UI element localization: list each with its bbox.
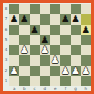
square-c1[interactable] bbox=[30, 76, 40, 86]
square-e1[interactable] bbox=[50, 76, 60, 86]
file-label-c: c bbox=[30, 87, 40, 93]
square-c2[interactable] bbox=[30, 66, 40, 76]
square-h2[interactable]: ♟ bbox=[81, 66, 91, 76]
square-a1[interactable] bbox=[9, 76, 19, 86]
square-b2[interactable] bbox=[19, 66, 29, 76]
square-f4[interactable] bbox=[60, 45, 70, 55]
square-a5[interactable] bbox=[9, 35, 19, 45]
square-g6[interactable] bbox=[71, 25, 81, 35]
square-e2[interactable] bbox=[50, 66, 60, 76]
square-a3[interactable] bbox=[9, 55, 19, 65]
square-d3[interactable] bbox=[40, 55, 50, 65]
square-c3[interactable] bbox=[30, 55, 40, 65]
square-e4[interactable] bbox=[50, 45, 60, 55]
file-labels: abcdefgh bbox=[9, 87, 91, 93]
white-pawn: ♟ bbox=[19, 45, 29, 55]
file-label-g: g bbox=[71, 87, 81, 93]
black-pawn: ♟ bbox=[19, 14, 29, 24]
square-c8[interactable] bbox=[30, 4, 40, 14]
square-h8[interactable] bbox=[81, 4, 91, 14]
square-a8[interactable] bbox=[9, 4, 19, 14]
square-g1[interactable] bbox=[71, 76, 81, 86]
square-f2[interactable]: ♟ bbox=[60, 66, 70, 76]
square-h5[interactable] bbox=[81, 35, 91, 45]
square-e7[interactable] bbox=[50, 14, 60, 24]
square-d4[interactable]: ♟ bbox=[40, 45, 50, 55]
chess-board: ♟♟♟♟♟♟♟♟♟♟♟♟♟♟ bbox=[9, 4, 91, 86]
file-label-d: d bbox=[40, 87, 50, 93]
square-g3[interactable] bbox=[71, 55, 81, 65]
black-pawn: ♟ bbox=[30, 25, 40, 35]
square-g4[interactable] bbox=[71, 45, 81, 55]
square-e5[interactable] bbox=[50, 35, 60, 45]
black-pawn: ♟ bbox=[60, 14, 70, 24]
square-a4[interactable] bbox=[9, 45, 19, 55]
white-pawn: ♟ bbox=[50, 55, 60, 65]
square-b1[interactable] bbox=[19, 76, 29, 86]
square-f6[interactable] bbox=[60, 25, 70, 35]
square-d5[interactable]: ♟ bbox=[40, 35, 50, 45]
white-pawn: ♟ bbox=[9, 66, 19, 76]
square-f3[interactable] bbox=[60, 55, 70, 65]
square-d1[interactable] bbox=[40, 76, 50, 86]
square-c7[interactable] bbox=[30, 14, 40, 24]
square-c6[interactable]: ♟ bbox=[30, 25, 40, 35]
square-b7[interactable]: ♟ bbox=[19, 14, 29, 24]
square-c4[interactable] bbox=[30, 45, 40, 55]
white-pawn: ♟ bbox=[40, 45, 50, 55]
chess-diagram: 87654321 ♟♟♟♟♟♟♟♟♟♟♟♟♟♟ abcdefgh bbox=[0, 0, 94, 94]
square-d7[interactable] bbox=[40, 14, 50, 24]
square-f5[interactable] bbox=[60, 35, 70, 45]
square-b5[interactable] bbox=[19, 35, 29, 45]
square-g8[interactable] bbox=[71, 4, 81, 14]
square-h6[interactable]: ♟ bbox=[81, 25, 91, 35]
square-h7[interactable] bbox=[81, 14, 91, 24]
square-a6[interactable] bbox=[9, 25, 19, 35]
square-g5[interactable] bbox=[71, 35, 81, 45]
black-pawn: ♟ bbox=[9, 14, 19, 24]
square-e8[interactable] bbox=[50, 4, 60, 14]
square-b6[interactable] bbox=[19, 25, 29, 35]
file-label-e: e bbox=[50, 87, 60, 93]
file-label-a: a bbox=[9, 87, 19, 93]
square-a7[interactable]: ♟ bbox=[9, 14, 19, 24]
square-h1[interactable] bbox=[81, 76, 91, 86]
square-a2[interactable]: ♟ bbox=[9, 66, 19, 76]
file-label-b: b bbox=[19, 87, 29, 93]
square-b3[interactable] bbox=[19, 55, 29, 65]
square-c5[interactable] bbox=[30, 35, 40, 45]
square-d2[interactable] bbox=[40, 66, 50, 76]
white-pawn: ♟ bbox=[71, 66, 81, 76]
file-label-f: f bbox=[60, 87, 70, 93]
square-d6[interactable] bbox=[40, 25, 50, 35]
black-pawn: ♟ bbox=[71, 14, 81, 24]
white-pawn: ♟ bbox=[81, 66, 91, 76]
square-f7[interactable]: ♟ bbox=[60, 14, 70, 24]
square-h3[interactable] bbox=[81, 55, 91, 65]
square-b8[interactable] bbox=[19, 4, 29, 14]
black-pawn: ♟ bbox=[40, 35, 50, 45]
file-label-h: h bbox=[81, 87, 91, 93]
square-d8[interactable] bbox=[40, 4, 50, 14]
square-g2[interactable]: ♟ bbox=[71, 66, 81, 76]
square-g7[interactable]: ♟ bbox=[71, 14, 81, 24]
white-pawn: ♟ bbox=[60, 66, 70, 76]
square-b4[interactable]: ♟ bbox=[19, 45, 29, 55]
square-h4[interactable] bbox=[81, 45, 91, 55]
square-e6[interactable] bbox=[50, 25, 60, 35]
square-f1[interactable] bbox=[60, 76, 70, 86]
square-f8[interactable] bbox=[60, 4, 70, 14]
square-e3[interactable]: ♟ bbox=[50, 55, 60, 65]
black-pawn: ♟ bbox=[81, 25, 91, 35]
